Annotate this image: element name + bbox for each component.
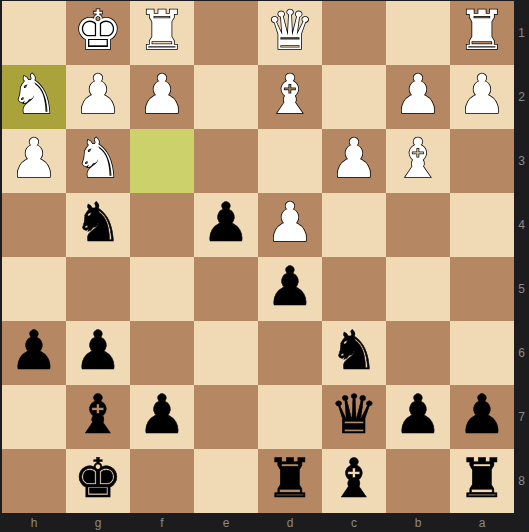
file-label-f: f	[130, 516, 194, 530]
square-h6[interactable]: ♟	[2, 321, 66, 385]
square-f2[interactable]: ♟	[130, 65, 194, 129]
white-bishop-d2[interactable]: ♝	[266, 68, 314, 122]
square-b3[interactable]: ♝	[386, 129, 450, 193]
white-king-g1[interactable]: ♚	[74, 4, 122, 58]
square-b4[interactable]	[386, 193, 450, 257]
square-a6[interactable]	[450, 321, 514, 385]
chess-board-window: ♚♜♛♜♞♟♟♝♟♟♟♞♟♝♞♟♟♟♟♟♞♝♟♛♟♟♚♜♝♜ 12345678 …	[0, 0, 529, 532]
square-b1[interactable]	[386, 1, 450, 65]
white-pawn-c3[interactable]: ♟	[330, 132, 378, 186]
square-a2[interactable]: ♟	[450, 65, 514, 129]
black-pawn-h6[interactable]: ♟	[10, 324, 58, 378]
white-rook-a1[interactable]: ♜	[458, 4, 506, 58]
white-knight-g3[interactable]: ♞	[74, 132, 122, 186]
black-rook-d8[interactable]: ♜	[266, 452, 314, 506]
square-h4[interactable]	[2, 193, 66, 257]
square-d5[interactable]: ♟	[258, 257, 322, 321]
square-f5[interactable]	[130, 257, 194, 321]
rank-coordinates: 12345678	[514, 1, 529, 513]
square-e5[interactable]	[194, 257, 258, 321]
square-b6[interactable]	[386, 321, 450, 385]
square-f6[interactable]	[130, 321, 194, 385]
rank-label-4: 4	[514, 193, 529, 257]
rank-label-3: 3	[514, 129, 529, 193]
square-g3[interactable]: ♞	[66, 129, 130, 193]
square-h1[interactable]	[2, 1, 66, 65]
square-a8[interactable]: ♜	[450, 449, 514, 513]
black-pawn-d5[interactable]: ♟	[266, 260, 314, 314]
square-e2[interactable]	[194, 65, 258, 129]
square-d1[interactable]: ♛	[258, 1, 322, 65]
square-f3[interactable]	[130, 129, 194, 193]
square-a4[interactable]	[450, 193, 514, 257]
square-d2[interactable]: ♝	[258, 65, 322, 129]
file-label-c: c	[322, 516, 386, 530]
black-pawn-e4[interactable]: ♟	[202, 196, 250, 250]
square-a5[interactable]	[450, 257, 514, 321]
white-pawn-a2[interactable]: ♟	[458, 68, 506, 122]
black-pawn-f7[interactable]: ♟	[138, 388, 186, 442]
white-pawn-h3[interactable]: ♟	[10, 132, 58, 186]
square-e4[interactable]: ♟	[194, 193, 258, 257]
chess-board[interactable]: ♚♜♛♜♞♟♟♝♟♟♟♞♟♝♞♟♟♟♟♟♞♝♟♛♟♟♚♜♝♜	[2, 1, 514, 513]
square-d4[interactable]: ♟	[258, 193, 322, 257]
square-e3[interactable]	[194, 129, 258, 193]
square-a3[interactable]	[450, 129, 514, 193]
black-bishop-c8[interactable]: ♝	[330, 452, 378, 506]
black-pawn-g6[interactable]: ♟	[74, 324, 122, 378]
square-g7[interactable]: ♝	[66, 385, 130, 449]
black-knight-c6[interactable]: ♞	[330, 324, 378, 378]
square-d7[interactable]	[258, 385, 322, 449]
rank-label-8: 8	[514, 449, 529, 513]
file-label-a: a	[450, 516, 514, 530]
rank-label-5: 5	[514, 257, 529, 321]
white-pawn-b2[interactable]: ♟	[394, 68, 442, 122]
square-c8[interactable]: ♝	[322, 449, 386, 513]
square-f8[interactable]	[130, 449, 194, 513]
square-h8[interactable]	[2, 449, 66, 513]
black-queen-c7[interactable]: ♛	[330, 388, 378, 442]
square-f7[interactable]: ♟	[130, 385, 194, 449]
square-b5[interactable]	[386, 257, 450, 321]
square-h2[interactable]: ♞	[2, 65, 66, 129]
square-g2[interactable]: ♟	[66, 65, 130, 129]
square-f4[interactable]	[130, 193, 194, 257]
white-knight-h2[interactable]: ♞	[10, 68, 58, 122]
square-b8[interactable]	[386, 449, 450, 513]
square-a7[interactable]: ♟	[450, 385, 514, 449]
black-pawn-b7[interactable]: ♟	[394, 388, 442, 442]
square-h3[interactable]: ♟	[2, 129, 66, 193]
file-label-b: b	[386, 516, 450, 530]
square-g5[interactable]	[66, 257, 130, 321]
square-g4[interactable]: ♞	[66, 193, 130, 257]
square-c1[interactable]	[322, 1, 386, 65]
square-g8[interactable]: ♚	[66, 449, 130, 513]
file-label-d: d	[258, 516, 322, 530]
file-label-e: e	[194, 516, 258, 530]
file-coordinates: hgfedcba	[2, 513, 514, 532]
square-h5[interactable]	[2, 257, 66, 321]
square-h7[interactable]	[2, 385, 66, 449]
white-queen-d1[interactable]: ♛	[266, 4, 314, 58]
square-c5[interactable]	[322, 257, 386, 321]
rank-label-2: 2	[514, 65, 529, 129]
file-label-g: g	[66, 516, 130, 530]
square-c2[interactable]	[322, 65, 386, 129]
square-g1[interactable]: ♚	[66, 1, 130, 65]
square-e1[interactable]	[194, 1, 258, 65]
square-c3[interactable]: ♟	[322, 129, 386, 193]
white-bishop-b3[interactable]: ♝	[394, 132, 442, 186]
black-knight-g4[interactable]: ♞	[74, 196, 122, 250]
rank-label-7: 7	[514, 385, 529, 449]
square-e6[interactable]	[194, 321, 258, 385]
rank-label-1: 1	[514, 1, 529, 65]
square-c7[interactable]: ♛	[322, 385, 386, 449]
square-g6[interactable]: ♟	[66, 321, 130, 385]
black-king-g8[interactable]: ♚	[74, 452, 122, 506]
white-pawn-g2[interactable]: ♟	[74, 68, 122, 122]
square-d8[interactable]: ♜	[258, 449, 322, 513]
black-bishop-g7[interactable]: ♝	[74, 388, 122, 442]
square-c4[interactable]	[322, 193, 386, 257]
white-rook-f1[interactable]: ♜	[138, 4, 186, 58]
square-a1[interactable]: ♜	[450, 1, 514, 65]
square-f1[interactable]: ♜	[130, 1, 194, 65]
file-label-h: h	[2, 516, 66, 530]
square-d3[interactable]	[258, 129, 322, 193]
square-d6[interactable]	[258, 321, 322, 385]
square-b2[interactable]: ♟	[386, 65, 450, 129]
white-pawn-d4[interactable]: ♟	[266, 196, 314, 250]
black-rook-a8[interactable]: ♜	[458, 452, 506, 506]
square-e7[interactable]	[194, 385, 258, 449]
square-e8[interactable]	[194, 449, 258, 513]
black-pawn-a7[interactable]: ♟	[458, 388, 506, 442]
white-pawn-f2[interactable]: ♟	[138, 68, 186, 122]
square-c6[interactable]: ♞	[322, 321, 386, 385]
rank-label-6: 6	[514, 321, 529, 385]
square-b7[interactable]: ♟	[386, 385, 450, 449]
